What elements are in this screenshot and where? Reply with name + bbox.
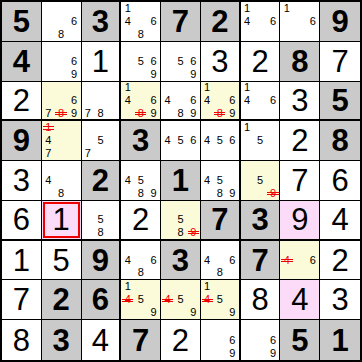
solved-digit: 4 — [92, 325, 109, 356]
pencil-marks: 468 — [121, 241, 160, 280]
pencil-marks: 569 — [121, 42, 160, 81]
pencil-marks: 78 — [82, 82, 120, 120]
cell-r4c5[interactable]: 456 — [161, 121, 201, 161]
cell-r3c1[interactable]: 2 — [2, 82, 42, 122]
cell-r2c5[interactable]: 569 — [161, 42, 201, 82]
empty-mark-slot — [107, 213, 120, 226]
cell-r9c4[interactable]: 7 — [121, 320, 161, 360]
eliminated-candidate-9: 9 — [187, 226, 200, 239]
eliminated-candidate-4: 4 — [161, 293, 174, 306]
candidate-4: 4 — [241, 94, 254, 107]
cell-r3c6[interactable]: 14689 — [201, 82, 241, 122]
cell-r2c2[interactable]: 69 — [42, 42, 82, 82]
empty-mark-slot — [68, 161, 81, 174]
empty-mark-slot — [280, 15, 293, 28]
solved-digit: 9 — [291, 204, 308, 235]
empty-mark-slot — [174, 82, 187, 95]
empty-mark-slot — [107, 94, 120, 107]
empty-mark-slot — [241, 107, 254, 120]
cell-r5c7[interactable]: 59 — [241, 161, 281, 201]
candidate-5: 5 — [213, 134, 226, 147]
candidate-8: 8 — [134, 187, 147, 200]
candidate-6: 6 — [267, 333, 280, 346]
eliminated-candidate-8: 8 — [213, 107, 226, 120]
cell-r8c8[interactable]: 4 — [280, 280, 320, 320]
empty-mark-slot — [293, 241, 306, 254]
pencil-marks: 69 — [42, 42, 81, 81]
cell-r1c1[interactable]: 5 — [2, 2, 42, 42]
candidate-9: 9 — [187, 107, 200, 120]
solved-digit: 2 — [132, 204, 149, 235]
empty-mark-slot — [306, 28, 319, 41]
empty-mark-slot — [55, 15, 68, 28]
candidate-4: 4 — [121, 15, 134, 28]
pencil-marks: 15 — [241, 121, 280, 160]
cell-r9c7[interactable]: 69 — [241, 320, 281, 360]
cell-r1c6[interactable]: 2 — [201, 2, 241, 42]
empty-mark-slot — [55, 94, 68, 107]
empty-mark-slot — [147, 82, 160, 95]
candidate-9: 9 — [226, 107, 239, 120]
empty-mark-slot — [241, 28, 254, 41]
candidate-4: 4 — [121, 94, 134, 107]
empty-mark-slot — [107, 226, 120, 239]
empty-mark-slot — [293, 2, 306, 15]
empty-mark-slot — [147, 241, 160, 254]
cell-r4c4[interactable]: 3 — [121, 121, 161, 161]
empty-mark-slot — [68, 134, 81, 147]
cell-r2c3[interactable]: 1 — [82, 42, 122, 82]
candidate-9: 9 — [68, 107, 81, 120]
candidate-8: 8 — [134, 28, 147, 41]
solved-digit: 4 — [331, 204, 348, 235]
cell-r5c3[interactable]: 2 — [82, 161, 122, 201]
pencil-marks: 1468 — [121, 2, 160, 41]
empty-mark-slot — [174, 68, 187, 81]
empty-mark-slot — [55, 161, 68, 174]
candidate-6: 6 — [226, 333, 239, 346]
empty-mark-slot — [68, 147, 81, 160]
empty-mark-slot — [187, 293, 200, 306]
empty-mark-slot — [134, 82, 147, 95]
cell-r8c9[interactable]: 3 — [320, 280, 360, 320]
empty-mark-slot — [134, 161, 147, 174]
solved-digit: 7 — [291, 165, 308, 196]
candidate-5: 5 — [174, 213, 187, 226]
empty-mark-slot — [187, 201, 200, 214]
cell-r4c8[interactable]: 2 — [280, 121, 320, 161]
candidate-9: 9 — [187, 68, 200, 81]
empty-mark-slot — [267, 28, 280, 41]
cell-r7c6[interactable]: 468 — [201, 241, 241, 281]
candidate-6: 6 — [187, 94, 200, 107]
solved-digit: 1 — [53, 204, 70, 235]
empty-mark-slot — [201, 121, 214, 134]
empty-mark-slot — [267, 174, 280, 187]
empty-mark-slot — [293, 254, 306, 267]
cell-r5c6[interactable]: 4589 — [201, 161, 241, 201]
empty-mark-slot — [241, 347, 254, 360]
candidate-9: 9 — [68, 68, 81, 81]
empty-mark-slot — [201, 320, 214, 333]
cell-r1c7[interactable]: 146 — [241, 2, 281, 42]
cell-r3c4[interactable]: 14689 — [121, 82, 161, 122]
pencil-marks: 1459 — [121, 280, 160, 319]
given-digit: 5 — [291, 325, 308, 356]
candidate-8: 8 — [174, 226, 187, 239]
cell-r6c8[interactable]: 9 — [280, 201, 320, 241]
pencil-marks: 68 — [42, 2, 81, 41]
solved-digit: 6 — [13, 204, 30, 235]
empty-mark-slot — [161, 213, 174, 226]
cell-r1c8[interactable]: 16 — [280, 2, 320, 42]
empty-mark-slot — [55, 82, 68, 95]
empty-mark-slot — [134, 254, 147, 267]
given-digit: 1 — [172, 165, 189, 196]
cell-r7c5[interactable]: 3 — [161, 241, 201, 281]
candidate-9: 9 — [147, 187, 160, 200]
empty-mark-slot — [68, 42, 81, 55]
empty-mark-slot — [121, 187, 134, 200]
empty-mark-slot — [254, 15, 267, 28]
cell-r9c8[interactable]: 5 — [280, 320, 320, 360]
candidate-1: 1 — [121, 2, 134, 15]
cell-r6c7[interactable]: 3 — [241, 201, 281, 241]
empty-mark-slot — [306, 267, 319, 280]
cell-r6c2[interactable]: 1 — [42, 201, 82, 241]
given-digit: 9 — [92, 245, 109, 276]
empty-mark-slot — [254, 94, 267, 107]
cell-r6c4[interactable]: 2 — [121, 201, 161, 241]
empty-mark-slot — [42, 94, 55, 107]
cell-r3c2[interactable]: 6789 — [42, 82, 82, 122]
empty-mark-slot — [293, 15, 306, 28]
cell-r8c4[interactable]: 1459 — [121, 280, 161, 320]
cell-r7c1[interactable]: 1 — [2, 241, 42, 281]
empty-mark-slot — [55, 134, 68, 147]
empty-mark-slot — [121, 241, 134, 254]
empty-mark-slot — [161, 82, 174, 95]
candidate-6: 6 — [147, 94, 160, 107]
cell-r4c9[interactable]: 8 — [320, 121, 360, 161]
empty-mark-slot — [254, 333, 267, 346]
empty-mark-slot — [254, 82, 267, 95]
cell-r7c4[interactable]: 468 — [121, 241, 161, 281]
solved-digit: 2 — [251, 46, 268, 77]
empty-mark-slot — [241, 161, 254, 174]
pencil-marks: 4589 — [201, 161, 239, 200]
empty-mark-slot — [201, 347, 214, 360]
solved-digit: 7 — [13, 284, 30, 315]
candidate-9: 9 — [226, 347, 239, 360]
cell-r1c9[interactable]: 9 — [320, 2, 360, 42]
empty-mark-slot — [147, 293, 160, 306]
candidate-4: 4 — [161, 134, 174, 147]
cell-r9c1[interactable]: 8 — [2, 320, 42, 360]
empty-mark-slot — [134, 280, 147, 293]
empty-mark-slot — [134, 15, 147, 28]
sudoku-board: 5683146872146169469156956932872678978146… — [0, 0, 362, 362]
cell-r8c6[interactable]: 1459 — [201, 280, 241, 320]
empty-mark-slot — [254, 347, 267, 360]
empty-mark-slot — [254, 147, 267, 160]
pencil-marks: 4589 — [121, 161, 160, 200]
given-digit: 8 — [291, 46, 308, 77]
cell-r1c4[interactable]: 1468 — [121, 2, 161, 42]
empty-mark-slot — [267, 82, 280, 95]
solved-digit: 8 — [13, 325, 30, 356]
empty-mark-slot — [68, 28, 81, 41]
cell-r5c1[interactable]: 3 — [2, 161, 42, 201]
empty-mark-slot — [121, 68, 134, 81]
empty-mark-slot — [241, 320, 254, 333]
given-digit: 2 — [53, 284, 70, 315]
empty-mark-slot — [254, 161, 267, 174]
empty-mark-slot — [94, 201, 107, 214]
candidate-4: 4 — [121, 174, 134, 187]
empty-mark-slot — [201, 107, 214, 120]
candidate-7: 7 — [42, 147, 55, 160]
cell-r8c7[interactable]: 8 — [241, 280, 281, 320]
empty-mark-slot — [226, 320, 239, 333]
candidate-5: 5 — [213, 174, 226, 187]
eliminated-candidate-9: 9 — [267, 187, 280, 200]
candidate-6: 6 — [306, 15, 319, 28]
empty-mark-slot — [267, 161, 280, 174]
given-digit: 7 — [132, 325, 149, 356]
empty-mark-slot — [187, 82, 200, 95]
empty-mark-slot — [147, 161, 160, 174]
cell-r1c5[interactable]: 7 — [161, 2, 201, 42]
empty-mark-slot — [226, 241, 239, 254]
cell-r5c4[interactable]: 4589 — [121, 161, 161, 201]
given-digit: 7 — [251, 245, 268, 276]
cell-r4c1[interactable]: 9 — [2, 121, 42, 161]
cell-r1c2[interactable]: 68 — [42, 2, 82, 42]
cell-r3c8[interactable]: 3 — [280, 82, 320, 122]
cell-r9c3[interactable]: 4 — [82, 320, 122, 360]
empty-mark-slot — [161, 280, 174, 293]
cell-r7c2[interactable]: 5 — [42, 241, 82, 281]
empty-mark-slot — [254, 187, 267, 200]
empty-mark-slot — [254, 28, 267, 41]
empty-mark-slot — [241, 333, 254, 346]
cell-r2c9[interactable]: 7 — [320, 42, 360, 82]
pencil-marks: 4689 — [161, 82, 200, 120]
empty-mark-slot — [187, 42, 200, 55]
cell-r1c3[interactable]: 3 — [82, 2, 122, 42]
empty-mark-slot — [213, 254, 226, 267]
empty-mark-slot — [94, 94, 107, 107]
empty-mark-slot — [107, 201, 120, 214]
candidate-9: 9 — [147, 68, 160, 81]
empty-mark-slot — [161, 42, 174, 55]
cell-r9c5[interactable]: 2 — [161, 320, 201, 360]
candidate-5: 5 — [174, 55, 187, 68]
empty-mark-slot — [226, 293, 239, 306]
cell-r3c9[interactable]: 5 — [320, 82, 360, 122]
candidate-5: 5 — [134, 293, 147, 306]
empty-mark-slot — [213, 306, 226, 319]
given-digit: 9 — [331, 6, 348, 37]
pencil-marks: 69 — [201, 320, 239, 360]
candidate-1: 1 — [280, 2, 293, 15]
candidate-4: 4 — [241, 15, 254, 28]
cell-r2c1[interactable]: 4 — [2, 42, 42, 82]
empty-mark-slot — [241, 147, 254, 160]
empty-mark-slot — [121, 42, 134, 55]
pencil-marks: 58 — [82, 201, 120, 239]
candidate-6: 6 — [306, 254, 319, 267]
cell-r6c6[interactable]: 7 — [201, 201, 241, 241]
empty-mark-slot — [68, 2, 81, 15]
solved-digit: 2 — [172, 325, 189, 356]
empty-mark-slot — [134, 241, 147, 254]
empty-mark-slot — [254, 121, 267, 134]
candidate-6: 6 — [68, 94, 81, 107]
empty-mark-slot — [187, 147, 200, 160]
empty-mark-slot — [174, 42, 187, 55]
solved-digit: 2 — [13, 85, 30, 116]
cell-r7c7[interactable]: 7 — [241, 241, 281, 281]
cell-r5c2[interactable]: 48 — [42, 161, 82, 201]
empty-mark-slot — [267, 2, 280, 15]
cell-r5c5[interactable]: 1 — [161, 161, 201, 201]
cell-r9c6[interactable]: 69 — [201, 320, 241, 360]
cell-r6c5[interactable]: 589 — [161, 201, 201, 241]
given-digit: 1 — [331, 325, 348, 356]
cell-r6c9[interactable]: 4 — [320, 201, 360, 241]
cell-r5c8[interactable]: 7 — [280, 161, 320, 201]
cell-r8c5[interactable]: 459 — [161, 280, 201, 320]
empty-mark-slot — [147, 28, 160, 41]
candidate-4: 4 — [201, 254, 214, 267]
empty-mark-slot — [42, 28, 55, 41]
cell-r2c7[interactable]: 2 — [241, 42, 281, 82]
empty-mark-slot — [121, 267, 134, 280]
candidate-4: 4 — [201, 174, 214, 187]
candidate-4: 4 — [121, 254, 134, 267]
solved-digit: 8 — [251, 284, 268, 315]
eliminated-candidate-1: 1 — [42, 121, 55, 134]
cell-r9c9[interactable]: 1 — [320, 320, 360, 360]
empty-mark-slot — [134, 2, 147, 15]
cell-r2c4[interactable]: 569 — [121, 42, 161, 82]
empty-mark-slot — [55, 55, 68, 68]
cell-r8c1[interactable]: 7 — [2, 280, 42, 320]
empty-mark-slot — [147, 267, 160, 280]
cell-r8c3[interactable]: 6 — [82, 280, 122, 320]
candidate-6: 6 — [147, 55, 160, 68]
empty-mark-slot — [213, 241, 226, 254]
empty-mark-slot — [280, 267, 293, 280]
cell-r3c7[interactable]: 146 — [241, 82, 281, 122]
eliminated-candidate-8: 8 — [134, 107, 147, 120]
empty-mark-slot — [121, 306, 134, 319]
empty-mark-slot — [161, 306, 174, 319]
empty-mark-slot — [201, 267, 214, 280]
cell-r5c9[interactable]: 6 — [320, 161, 360, 201]
empty-mark-slot — [267, 320, 280, 333]
cell-r3c5[interactable]: 4689 — [161, 82, 201, 122]
cell-r4c3[interactable]: 57 — [82, 121, 122, 161]
given-digit: 9 — [13, 125, 30, 156]
cell-r6c3[interactable]: 58 — [82, 201, 122, 241]
cell-r6c1[interactable]: 6 — [2, 201, 42, 241]
empty-mark-slot — [134, 42, 147, 55]
empty-mark-slot — [147, 2, 160, 15]
empty-mark-slot — [82, 121, 95, 134]
given-digit: 3 — [251, 204, 268, 235]
empty-mark-slot — [306, 2, 319, 15]
empty-mark-slot — [226, 121, 239, 134]
cell-r3c3[interactable]: 78 — [82, 82, 122, 122]
given-digit: 8 — [331, 125, 348, 156]
pencil-marks: 59 — [241, 161, 280, 200]
cell-r4c2[interactable]: 147 — [42, 121, 82, 161]
eliminated-candidate-4: 4 — [201, 293, 214, 306]
candidate-9: 9 — [147, 306, 160, 319]
candidate-8: 8 — [174, 107, 187, 120]
empty-mark-slot — [68, 121, 81, 134]
solved-digit: 2 — [291, 125, 308, 156]
empty-mark-slot — [306, 241, 319, 254]
empty-mark-slot — [107, 121, 120, 134]
cell-r2c6[interactable]: 3 — [201, 42, 241, 82]
empty-mark-slot — [42, 55, 55, 68]
pencil-marks: 16 — [280, 2, 319, 41]
empty-mark-slot — [201, 333, 214, 346]
empty-mark-slot — [213, 320, 226, 333]
solved-digit: 5 — [53, 245, 70, 276]
cell-r8c2[interactable]: 2 — [42, 280, 82, 320]
cell-r4c7[interactable]: 15 — [241, 121, 281, 161]
cell-r7c9[interactable]: 2 — [320, 241, 360, 281]
given-digit: 2 — [211, 6, 228, 37]
cell-r2c8[interactable]: 8 — [280, 42, 320, 82]
empty-mark-slot — [121, 55, 134, 68]
pencil-marks: 456 — [161, 121, 200, 160]
empty-mark-slot — [226, 82, 239, 95]
empty-mark-slot — [254, 320, 267, 333]
candidate-6: 6 — [147, 254, 160, 267]
empty-mark-slot — [213, 161, 226, 174]
empty-mark-slot — [174, 94, 187, 107]
cell-r7c3[interactable]: 9 — [82, 241, 122, 281]
empty-mark-slot — [42, 68, 55, 81]
candidate-5: 5 — [134, 174, 147, 187]
candidate-4: 4 — [161, 94, 174, 107]
empty-mark-slot — [254, 107, 267, 120]
candidate-5: 5 — [94, 213, 107, 226]
candidate-6: 6 — [226, 254, 239, 267]
empty-mark-slot — [241, 134, 254, 147]
candidate-7: 7 — [82, 147, 95, 160]
empty-mark-slot — [226, 147, 239, 160]
empty-mark-slot — [147, 42, 160, 55]
solved-digit: 7 — [331, 46, 348, 77]
empty-mark-slot — [213, 121, 226, 134]
given-digit: 3 — [132, 125, 149, 156]
given-digit: 3 — [172, 245, 189, 276]
cell-r4c6[interactable]: 456 — [201, 121, 241, 161]
empty-mark-slot — [226, 280, 239, 293]
empty-mark-slot — [82, 226, 95, 239]
cell-r7c8[interactable]: 46 — [280, 241, 320, 281]
empty-mark-slot — [68, 174, 81, 187]
empty-mark-slot — [42, 82, 55, 95]
cell-r9c2[interactable]: 3 — [42, 320, 82, 360]
